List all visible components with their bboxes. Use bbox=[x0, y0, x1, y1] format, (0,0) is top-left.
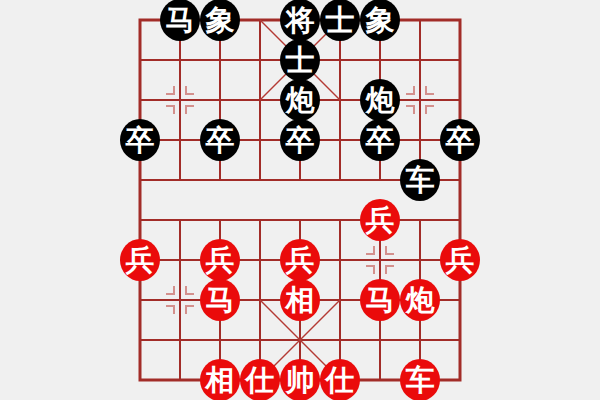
board-point-b8 bbox=[160, 320, 200, 360]
board-point-a7 bbox=[120, 280, 160, 320]
board-point-b2 bbox=[160, 80, 200, 120]
piece-red-horse-c7[interactable]: 马 bbox=[200, 279, 240, 321]
board-point-f1 bbox=[320, 40, 360, 80]
board-point-f2 bbox=[320, 80, 360, 120]
board-point-g4 bbox=[360, 160, 400, 200]
position-marker-b2 bbox=[166, 86, 194, 114]
board-point-c4 bbox=[200, 160, 240, 200]
board-point-b3 bbox=[160, 120, 200, 160]
board-point-i9 bbox=[440, 360, 480, 400]
xiangqi-app-background: 马象将士象士炮炮卒卒卒卒卒车兵兵兵兵兵马相马炮相仕帅仕车 bbox=[0, 0, 600, 400]
board-point-a0 bbox=[120, 0, 160, 40]
board-point-f4 bbox=[320, 160, 360, 200]
piece-black-soldier-i3[interactable]: 卒 bbox=[440, 119, 480, 161]
piece-red-soldier-e6[interactable]: 兵 bbox=[280, 239, 320, 281]
board-point-h2 bbox=[400, 80, 440, 120]
board-point-f5 bbox=[320, 200, 360, 240]
board-point-h4: 车 bbox=[400, 160, 440, 200]
piece-black-soldier-c3[interactable]: 卒 bbox=[200, 119, 240, 161]
board-point-b5 bbox=[160, 200, 200, 240]
board-point-a4 bbox=[120, 160, 160, 200]
board-point-f3 bbox=[320, 120, 360, 160]
piece-black-soldier-g3[interactable]: 卒 bbox=[360, 119, 400, 161]
piece-red-horse-g7[interactable]: 马 bbox=[360, 279, 400, 321]
board-point-i7 bbox=[440, 280, 480, 320]
board-point-b0: 马 bbox=[160, 0, 200, 40]
piece-black-elephant-g0[interactable]: 象 bbox=[360, 0, 400, 41]
board-point-h1 bbox=[400, 40, 440, 80]
board-point-g5: 兵 bbox=[360, 200, 400, 240]
board-point-b1 bbox=[160, 40, 200, 80]
piece-red-general-e9[interactable]: 帅 bbox=[280, 359, 320, 400]
piece-red-soldier-c6[interactable]: 兵 bbox=[200, 239, 240, 281]
board-point-i3: 卒 bbox=[440, 120, 480, 160]
board-point-f9: 仕 bbox=[320, 360, 360, 400]
board-point-c6: 兵 bbox=[200, 240, 240, 280]
board-point-h5 bbox=[400, 200, 440, 240]
board-point-e6: 兵 bbox=[280, 240, 320, 280]
board-point-c3: 卒 bbox=[200, 120, 240, 160]
piece-black-general-e0[interactable]: 将 bbox=[280, 0, 320, 41]
piece-red-advisor-f9[interactable]: 仕 bbox=[320, 359, 360, 400]
piece-black-elephant-c0[interactable]: 象 bbox=[200, 0, 240, 41]
piece-black-soldier-a3[interactable]: 卒 bbox=[120, 119, 160, 161]
board-point-a9 bbox=[120, 360, 160, 400]
board-point-h8 bbox=[400, 320, 440, 360]
board-point-d2 bbox=[240, 80, 280, 120]
board-point-i8 bbox=[440, 320, 480, 360]
board-point-g1 bbox=[360, 40, 400, 80]
board-point-a1 bbox=[120, 40, 160, 80]
board-point-i0 bbox=[440, 0, 480, 40]
board-point-c7: 马 bbox=[200, 280, 240, 320]
board-point-d4 bbox=[240, 160, 280, 200]
board-point-a8 bbox=[120, 320, 160, 360]
board-point-c5 bbox=[200, 200, 240, 240]
board-point-d3 bbox=[240, 120, 280, 160]
board-point-g9 bbox=[360, 360, 400, 400]
board-point-e4 bbox=[280, 160, 320, 200]
piece-black-advisor-f0[interactable]: 士 bbox=[320, 0, 360, 41]
board-point-e1: 士 bbox=[280, 40, 320, 80]
piece-red-advisor-d9[interactable]: 仕 bbox=[240, 359, 280, 400]
board-point-f0: 士 bbox=[320, 0, 360, 40]
board-point-g0: 象 bbox=[360, 0, 400, 40]
board-point-e7: 相 bbox=[280, 280, 320, 320]
board-point-g6 bbox=[360, 240, 400, 280]
board-point-b7 bbox=[160, 280, 200, 320]
board-point-b6 bbox=[160, 240, 200, 280]
board-point-c9: 相 bbox=[200, 360, 240, 400]
piece-red-elephant-e7[interactable]: 相 bbox=[280, 279, 320, 321]
board-point-d1 bbox=[240, 40, 280, 80]
board-point-i6: 兵 bbox=[440, 240, 480, 280]
board-point-d0 bbox=[240, 0, 280, 40]
board-point-a6: 兵 bbox=[120, 240, 160, 280]
board-point-a2 bbox=[120, 80, 160, 120]
board-point-d8 bbox=[240, 320, 280, 360]
position-marker-h2 bbox=[406, 86, 434, 114]
board-point-d5 bbox=[240, 200, 280, 240]
piece-black-advisor-e1[interactable]: 士 bbox=[280, 39, 320, 81]
board-point-h9: 车 bbox=[400, 360, 440, 400]
board-point-c2 bbox=[200, 80, 240, 120]
piece-red-soldier-g5[interactable]: 兵 bbox=[360, 199, 400, 241]
piece-red-soldier-a6[interactable]: 兵 bbox=[120, 239, 160, 281]
board-point-d7 bbox=[240, 280, 280, 320]
board-point-h6 bbox=[400, 240, 440, 280]
piece-red-cannon-h7[interactable]: 炮 bbox=[400, 279, 440, 321]
board-point-f8 bbox=[320, 320, 360, 360]
board-point-b9 bbox=[160, 360, 200, 400]
piece-red-chariot-h9[interactable]: 车 bbox=[400, 359, 440, 400]
piece-black-soldier-e3[interactable]: 卒 bbox=[280, 119, 320, 161]
board-point-e2: 炮 bbox=[280, 80, 320, 120]
board-point-e0: 将 bbox=[280, 0, 320, 40]
board-point-g2: 炮 bbox=[360, 80, 400, 120]
position-marker-b7 bbox=[166, 286, 194, 314]
board-point-e3: 卒 bbox=[280, 120, 320, 160]
board-point-c1 bbox=[200, 40, 240, 80]
piece-black-horse-b0[interactable]: 马 bbox=[160, 0, 200, 41]
board-point-e8 bbox=[280, 320, 320, 360]
board-point-i2 bbox=[440, 80, 480, 120]
board-point-i4 bbox=[440, 160, 480, 200]
board-point-b4 bbox=[160, 160, 200, 200]
piece-red-elephant-c9[interactable]: 相 bbox=[200, 359, 240, 400]
board-point-c8 bbox=[200, 320, 240, 360]
board-point-c0: 象 bbox=[200, 0, 240, 40]
board-point-i5 bbox=[440, 200, 480, 240]
board-point-h7: 炮 bbox=[400, 280, 440, 320]
board-point-e5 bbox=[280, 200, 320, 240]
board-point-a3: 卒 bbox=[120, 120, 160, 160]
board-point-d9: 仕 bbox=[240, 360, 280, 400]
board-point-a5 bbox=[120, 200, 160, 240]
board-point-e9: 帅 bbox=[280, 360, 320, 400]
board-point-i1 bbox=[440, 40, 480, 80]
xiangqi-board: 马象将士象士炮炮卒卒卒卒卒车兵兵兵兵兵马相马炮相仕帅仕车 bbox=[120, 0, 480, 400]
board-point-g8 bbox=[360, 320, 400, 360]
board-point-f6 bbox=[320, 240, 360, 280]
board-point-g3: 卒 bbox=[360, 120, 400, 160]
board-point-g7: 马 bbox=[360, 280, 400, 320]
board-point-h0 bbox=[400, 0, 440, 40]
piece-black-cannon-e2[interactable]: 炮 bbox=[280, 79, 320, 121]
position-marker-g6 bbox=[366, 246, 394, 274]
piece-red-soldier-i6[interactable]: 兵 bbox=[440, 239, 480, 281]
board-point-f7 bbox=[320, 280, 360, 320]
piece-black-chariot-h4[interactable]: 车 bbox=[400, 159, 440, 201]
board-point-h3 bbox=[400, 120, 440, 160]
board-point-d6 bbox=[240, 240, 280, 280]
piece-black-cannon-g2[interactable]: 炮 bbox=[360, 79, 400, 121]
